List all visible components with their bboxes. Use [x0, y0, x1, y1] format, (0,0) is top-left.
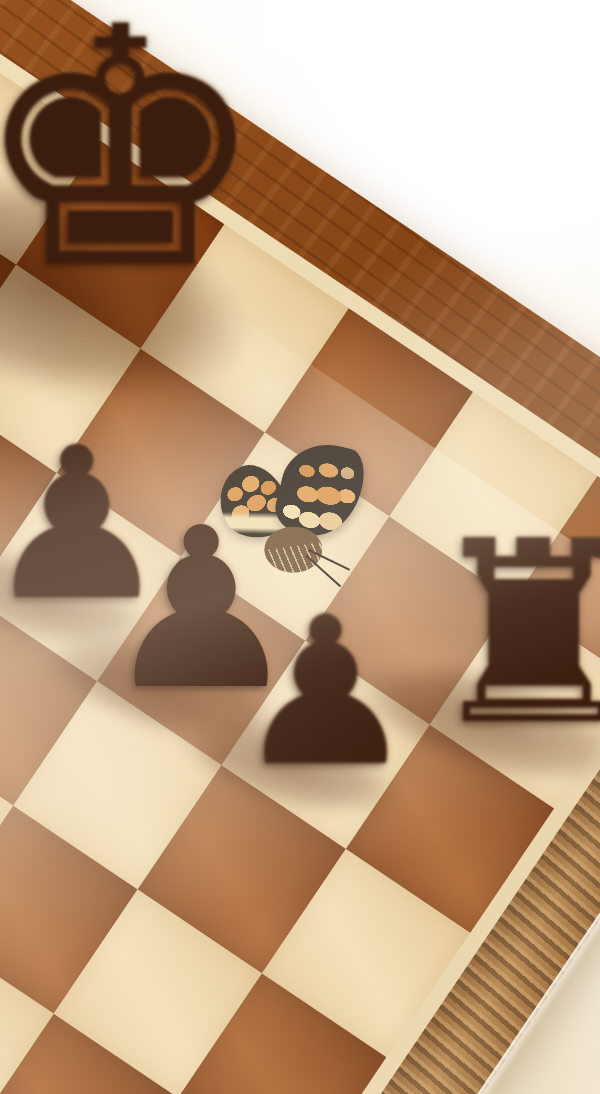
black-rook[interactable]: ♜ — [421, 508, 600, 760]
chess-photo-scene: ♚♜♟♟♟ — [0, 0, 600, 1094]
board-square[interactable]: ♜ — [430, 600, 600, 808]
butterfly — [220, 451, 362, 583]
board-square[interactable]: ♚ — [16, 140, 224, 348]
black-pawn[interactable]: ♟ — [234, 590, 418, 795]
black-king[interactable]: ♚ — [0, 0, 268, 315]
dry-grass — [248, 541, 332, 586]
